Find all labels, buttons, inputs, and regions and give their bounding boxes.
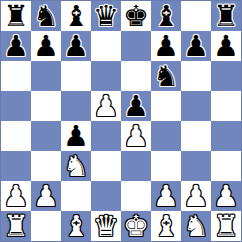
- square-d1[interactable]: ♛: [91, 211, 121, 241]
- square-a7[interactable]: ♟: [1, 31, 31, 61]
- piece-white-pawn[interactable]: ♟: [33, 182, 59, 211]
- chess-board: ♜♞♝♛♚♝♜♟♟♟♟♟♟♞♟♟♟♟♞♟♟♟♟♟♜♝♛♚♝♞♜: [0, 0, 242, 242]
- square-h2[interactable]: ♟: [211, 181, 241, 211]
- square-a1[interactable]: ♜: [1, 211, 31, 241]
- square-e1[interactable]: ♚: [121, 211, 151, 241]
- piece-black-king[interactable]: ♚: [123, 2, 149, 31]
- square-c8[interactable]: ♝: [61, 1, 91, 31]
- square-c7[interactable]: ♟: [61, 31, 91, 61]
- square-e2[interactable]: [121, 181, 151, 211]
- square-c3[interactable]: ♞: [61, 151, 91, 181]
- piece-white-pawn[interactable]: ♟: [123, 122, 149, 151]
- piece-white-pawn[interactable]: ♟: [3, 182, 29, 211]
- piece-white-queen[interactable]: ♛: [93, 212, 119, 241]
- piece-white-rook[interactable]: ♜: [3, 212, 29, 241]
- square-b1[interactable]: [31, 211, 61, 241]
- square-h1[interactable]: ♜: [211, 211, 241, 241]
- square-c6[interactable]: [61, 61, 91, 91]
- square-d7[interactable]: [91, 31, 121, 61]
- square-f1[interactable]: ♝: [151, 211, 181, 241]
- square-e4[interactable]: ♟: [121, 121, 151, 151]
- piece-white-bishop[interactable]: ♝: [153, 212, 179, 241]
- square-c4[interactable]: ♟: [61, 121, 91, 151]
- square-f3[interactable]: [151, 151, 181, 181]
- square-g7[interactable]: ♟: [181, 31, 211, 61]
- piece-black-queen[interactable]: ♛: [93, 2, 119, 31]
- piece-white-pawn[interactable]: ♟: [93, 92, 119, 121]
- square-h5[interactable]: [211, 91, 241, 121]
- square-b5[interactable]: [31, 91, 61, 121]
- piece-black-pawn[interactable]: ♟: [183, 32, 209, 61]
- piece-black-pawn[interactable]: ♟: [3, 32, 29, 61]
- square-f6[interactable]: ♞: [151, 61, 181, 91]
- square-a4[interactable]: [1, 121, 31, 151]
- square-b8[interactable]: ♞: [31, 1, 61, 31]
- square-f7[interactable]: ♟: [151, 31, 181, 61]
- square-e8[interactable]: ♚: [121, 1, 151, 31]
- square-a3[interactable]: [1, 151, 31, 181]
- square-g5[interactable]: [181, 91, 211, 121]
- square-b4[interactable]: [31, 121, 61, 151]
- piece-black-pawn[interactable]: ♟: [213, 32, 239, 61]
- square-d8[interactable]: ♛: [91, 1, 121, 31]
- square-d2[interactable]: [91, 181, 121, 211]
- square-b7[interactable]: ♟: [31, 31, 61, 61]
- piece-white-rook[interactable]: ♜: [213, 212, 239, 241]
- piece-black-pawn[interactable]: ♟: [63, 32, 89, 61]
- square-g2[interactable]: ♟: [181, 181, 211, 211]
- piece-white-knight[interactable]: ♞: [63, 152, 89, 181]
- square-h4[interactable]: [211, 121, 241, 151]
- piece-black-knight[interactable]: ♞: [33, 2, 59, 31]
- square-h6[interactable]: [211, 61, 241, 91]
- square-a2[interactable]: ♟: [1, 181, 31, 211]
- square-a6[interactable]: [1, 61, 31, 91]
- piece-black-knight[interactable]: ♞: [153, 62, 179, 91]
- piece-black-bishop[interactable]: ♝: [63, 2, 89, 31]
- square-e6[interactable]: [121, 61, 151, 91]
- piece-black-rook[interactable]: ♜: [213, 2, 239, 31]
- piece-black-rook[interactable]: ♜: [3, 2, 29, 31]
- piece-white-king[interactable]: ♚: [123, 212, 149, 241]
- square-f8[interactable]: ♝: [151, 1, 181, 31]
- square-f2[interactable]: ♟: [151, 181, 181, 211]
- square-c1[interactable]: ♝: [61, 211, 91, 241]
- square-e3[interactable]: [121, 151, 151, 181]
- square-g4[interactable]: [181, 121, 211, 151]
- square-c2[interactable]: [61, 181, 91, 211]
- square-d4[interactable]: [91, 121, 121, 151]
- piece-white-pawn[interactable]: ♟: [183, 182, 209, 211]
- square-g8[interactable]: [181, 1, 211, 31]
- square-g3[interactable]: [181, 151, 211, 181]
- square-h3[interactable]: [211, 151, 241, 181]
- square-b3[interactable]: [31, 151, 61, 181]
- piece-black-bishop[interactable]: ♝: [153, 2, 179, 31]
- square-g6[interactable]: [181, 61, 211, 91]
- piece-white-bishop[interactable]: ♝: [63, 212, 89, 241]
- square-h7[interactable]: ♟: [211, 31, 241, 61]
- square-b2[interactable]: ♟: [31, 181, 61, 211]
- piece-white-pawn[interactable]: ♟: [213, 182, 239, 211]
- square-c5[interactable]: [61, 91, 91, 121]
- square-g1[interactable]: ♞: [181, 211, 211, 241]
- piece-black-pawn[interactable]: ♟: [63, 122, 89, 151]
- square-b6[interactable]: [31, 61, 61, 91]
- square-a5[interactable]: [1, 91, 31, 121]
- square-d5[interactable]: ♟: [91, 91, 121, 121]
- square-f5[interactable]: [151, 91, 181, 121]
- square-d3[interactable]: [91, 151, 121, 181]
- piece-white-pawn[interactable]: ♟: [153, 182, 179, 211]
- square-h8[interactable]: ♜: [211, 1, 241, 31]
- square-d6[interactable]: [91, 61, 121, 91]
- piece-white-knight[interactable]: ♞: [183, 212, 209, 241]
- square-f4[interactable]: [151, 121, 181, 151]
- square-a8[interactable]: ♜: [1, 1, 31, 31]
- piece-black-pawn[interactable]: ♟: [123, 92, 149, 121]
- piece-black-pawn[interactable]: ♟: [33, 32, 59, 61]
- piece-black-pawn[interactable]: ♟: [153, 32, 179, 61]
- square-e5[interactable]: ♟: [121, 91, 151, 121]
- square-e7[interactable]: [121, 31, 151, 61]
